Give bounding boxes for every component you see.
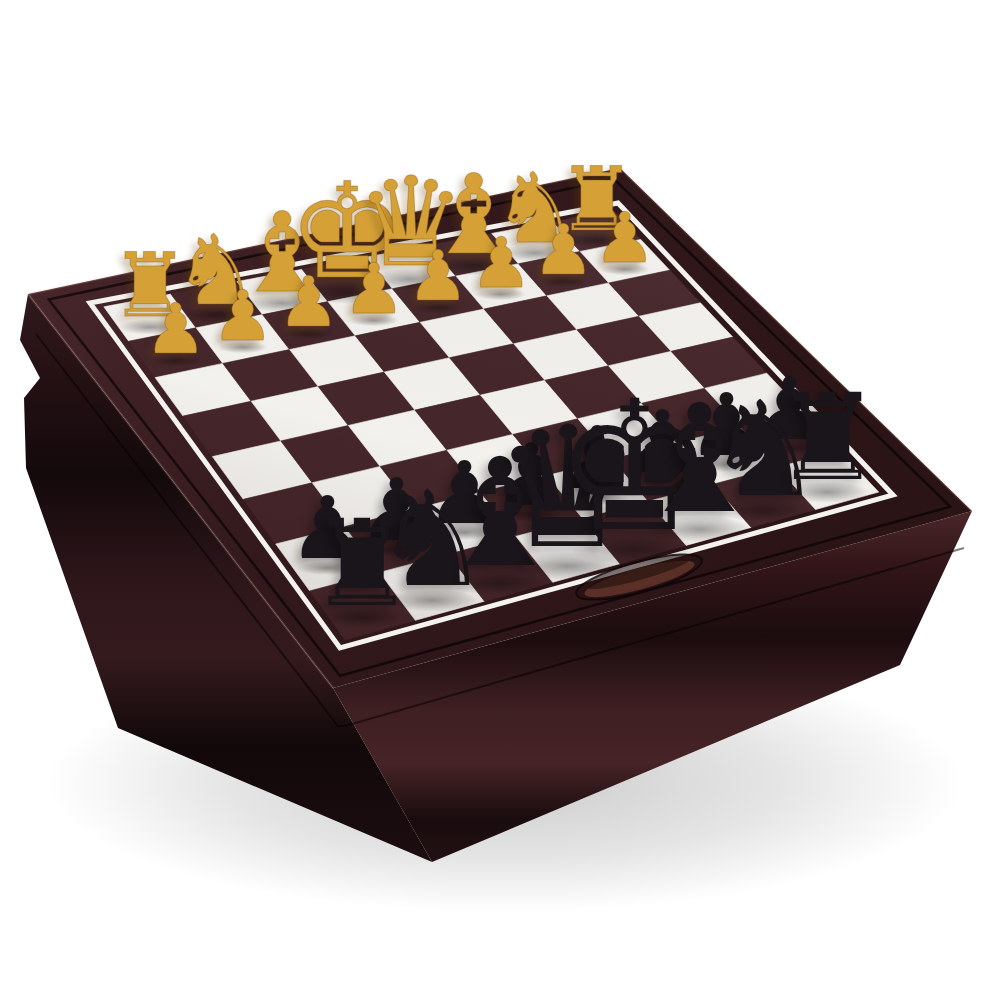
chess-box-product-photo: ♜♞♝♚♛♝♞♜♟♟♟♟♟♟♟♟♟♟♟♟♟♟♟♟♜♞♝♛♚♝♞♜ xyxy=(0,0,1000,1000)
piece-white-pawn-c2[interactable]: ♟ xyxy=(470,228,532,298)
piece-black-rook-a8[interactable]: ♜ xyxy=(774,377,881,497)
piece-white-pawn-e2[interactable]: ♟ xyxy=(343,254,405,324)
piece-white-pawn-d2[interactable]: ♟ xyxy=(407,241,469,311)
piece-white-pawn-a2[interactable]: ♟ xyxy=(593,202,655,272)
piece-white-pawn-g2[interactable]: ♟ xyxy=(211,280,273,350)
piece-white-pawn-f2[interactable]: ♟ xyxy=(277,267,339,337)
piece-white-pawn-h2[interactable]: ♟ xyxy=(144,294,206,364)
piece-white-pawn-b2[interactable]: ♟ xyxy=(532,215,594,285)
